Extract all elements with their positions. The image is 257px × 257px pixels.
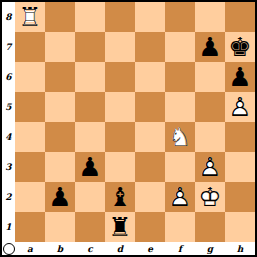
square-a7[interactable] xyxy=(15,32,45,62)
piece-white-pawn-f2[interactable]: ♟♙ xyxy=(165,182,195,212)
square-h1[interactable] xyxy=(225,212,255,242)
square-c8[interactable] xyxy=(75,2,105,32)
white-piece-outline: ♙ xyxy=(195,152,225,182)
black-piece-fill: ♟ xyxy=(75,152,105,182)
rank-label-6: 6 xyxy=(2,62,15,92)
square-f8[interactable] xyxy=(165,2,195,32)
square-b2[interactable]: ♟ xyxy=(45,182,75,212)
piece-black-rook-d1[interactable]: ♜ xyxy=(105,212,135,242)
chess-board: 8♜♖7♟♚6♟5♟♙4♞♘3♟♟♙2♟♝♟♙♚♔1♜abcdefgh xyxy=(2,2,255,255)
square-g7[interactable]: ♟ xyxy=(195,32,225,62)
piece-black-bishop-d2[interactable]: ♝ xyxy=(105,182,135,212)
white-to-move-indicator-icon xyxy=(3,243,15,255)
square-b3[interactable] xyxy=(45,152,75,182)
white-piece-outline: ♙ xyxy=(225,92,255,122)
file-label-d: d xyxy=(105,242,135,255)
square-h3[interactable] xyxy=(225,152,255,182)
square-b7[interactable] xyxy=(45,32,75,62)
square-h6[interactable]: ♟ xyxy=(225,62,255,92)
piece-black-pawn-b2[interactable]: ♟ xyxy=(45,182,75,212)
square-h7[interactable]: ♚ xyxy=(225,32,255,62)
square-c1[interactable] xyxy=(75,212,105,242)
square-d5[interactable] xyxy=(105,92,135,122)
white-piece-outline: ♘ xyxy=(165,122,195,152)
black-piece-fill: ♟ xyxy=(45,182,75,212)
square-f6[interactable] xyxy=(165,62,195,92)
piece-white-rook-a8[interactable]: ♜♖ xyxy=(15,2,45,32)
white-piece-outline: ♔ xyxy=(195,182,225,212)
file-label-g: g xyxy=(195,242,225,255)
square-h8[interactable] xyxy=(225,2,255,32)
square-b5[interactable] xyxy=(45,92,75,122)
piece-black-king-h7[interactable]: ♚ xyxy=(225,32,255,62)
rank-label-3: 3 xyxy=(2,152,15,182)
file-label-b: b xyxy=(45,242,75,255)
square-b6[interactable] xyxy=(45,62,75,92)
black-piece-fill: ♟ xyxy=(195,32,225,62)
piece-black-pawn-h6[interactable]: ♟ xyxy=(225,62,255,92)
piece-white-knight-f4[interactable]: ♞♘ xyxy=(165,122,195,152)
square-f4[interactable]: ♞♘ xyxy=(165,122,195,152)
square-c6[interactable] xyxy=(75,62,105,92)
square-c2[interactable] xyxy=(75,182,105,212)
move-indicator-cell xyxy=(2,242,15,255)
square-e8[interactable] xyxy=(135,2,165,32)
chess-board-frame: 8♜♖7♟♚6♟5♟♙4♞♘3♟♟♙2♟♝♟♙♚♔1♜abcdefgh xyxy=(0,0,257,257)
piece-white-king-g2[interactable]: ♚♔ xyxy=(195,182,225,212)
square-d2[interactable]: ♝ xyxy=(105,182,135,212)
square-e1[interactable] xyxy=(135,212,165,242)
rank-label-5: 5 xyxy=(2,92,15,122)
white-piece-outline: ♙ xyxy=(165,182,195,212)
square-c3[interactable]: ♟ xyxy=(75,152,105,182)
black-piece-fill: ♟ xyxy=(225,62,255,92)
square-g5[interactable] xyxy=(195,92,225,122)
square-f2[interactable]: ♟♙ xyxy=(165,182,195,212)
square-f7[interactable] xyxy=(165,32,195,62)
square-e7[interactable] xyxy=(135,32,165,62)
square-f3[interactable] xyxy=(165,152,195,182)
square-c7[interactable] xyxy=(75,32,105,62)
white-piece-outline: ♖ xyxy=(15,2,45,32)
square-a2[interactable] xyxy=(15,182,45,212)
square-a4[interactable] xyxy=(15,122,45,152)
square-d4[interactable] xyxy=(105,122,135,152)
black-piece-fill: ♜ xyxy=(105,212,135,242)
square-d7[interactable] xyxy=(105,32,135,62)
rank-label-8: 8 xyxy=(2,2,15,32)
square-g6[interactable] xyxy=(195,62,225,92)
square-e3[interactable] xyxy=(135,152,165,182)
piece-black-pawn-g7[interactable]: ♟ xyxy=(195,32,225,62)
file-label-f: f xyxy=(165,242,195,255)
square-b4[interactable] xyxy=(45,122,75,152)
square-g8[interactable] xyxy=(195,2,225,32)
square-d1[interactable]: ♜ xyxy=(105,212,135,242)
black-piece-fill: ♝ xyxy=(105,182,135,212)
square-e4[interactable] xyxy=(135,122,165,152)
rank-label-1: 1 xyxy=(2,212,15,242)
square-c5[interactable] xyxy=(75,92,105,122)
square-a6[interactable] xyxy=(15,62,45,92)
square-f5[interactable] xyxy=(165,92,195,122)
file-label-h: h xyxy=(225,242,255,255)
square-h5[interactable]: ♟♙ xyxy=(225,92,255,122)
piece-white-pawn-g3[interactable]: ♟♙ xyxy=(195,152,225,182)
file-label-c: c xyxy=(75,242,105,255)
square-d6[interactable] xyxy=(105,62,135,92)
piece-black-pawn-c3[interactable]: ♟ xyxy=(75,152,105,182)
square-a8[interactable]: ♜♖ xyxy=(15,2,45,32)
rank-label-2: 2 xyxy=(2,182,15,212)
square-a1[interactable] xyxy=(15,212,45,242)
file-label-a: a xyxy=(15,242,45,255)
square-b1[interactable] xyxy=(45,212,75,242)
square-g3[interactable]: ♟♙ xyxy=(195,152,225,182)
rank-label-4: 4 xyxy=(2,122,15,152)
square-a5[interactable] xyxy=(15,92,45,122)
square-f1[interactable] xyxy=(165,212,195,242)
file-label-e: e xyxy=(135,242,165,255)
square-g2[interactable]: ♚♔ xyxy=(195,182,225,212)
rank-label-7: 7 xyxy=(2,32,15,62)
black-piece-fill: ♚ xyxy=(225,32,255,62)
square-e2[interactable] xyxy=(135,182,165,212)
square-g1[interactable] xyxy=(195,212,225,242)
square-h2[interactable] xyxy=(225,182,255,212)
square-h4[interactable] xyxy=(225,122,255,152)
square-b8[interactable] xyxy=(45,2,75,32)
square-e6[interactable] xyxy=(135,62,165,92)
square-d8[interactable] xyxy=(105,2,135,32)
square-e5[interactable] xyxy=(135,92,165,122)
square-a3[interactable] xyxy=(15,152,45,182)
square-c4[interactable] xyxy=(75,122,105,152)
piece-white-pawn-h5[interactable]: ♟♙ xyxy=(225,92,255,122)
square-d3[interactable] xyxy=(105,152,135,182)
square-g4[interactable] xyxy=(195,122,225,152)
